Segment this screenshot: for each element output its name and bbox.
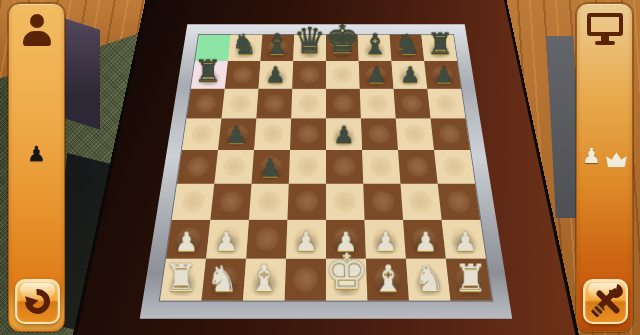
right-player-panel: ♟ — [576, 3, 633, 332]
square-c3[interactable] — [249, 184, 289, 220]
monitor-icon[interactable] — [587, 13, 623, 45]
square-h7[interactable]: ♟ — [424, 61, 461, 89]
square-d8[interactable]: ♛ — [293, 35, 326, 61]
piece-white-pawn[interactable]: ♟ — [175, 229, 199, 256]
captured-by-human-tray: ♟ — [9, 144, 64, 165]
square-a1[interactable]: ♜ — [160, 259, 206, 301]
piece-black-pawn[interactable]: ♟ — [265, 64, 285, 86]
piece-white-bishop[interactable]: ♝ — [247, 260, 280, 297]
undo-arrow-head — [20, 296, 39, 317]
square-h6[interactable] — [427, 89, 465, 119]
piece-black-rook[interactable]: ♜ — [427, 29, 454, 59]
square-b2[interactable]: ♟ — [206, 220, 249, 259]
square-c4[interactable]: ♟ — [252, 150, 290, 184]
square-h5[interactable] — [431, 118, 470, 150]
piece-white-pawn[interactable]: ♟ — [214, 229, 238, 256]
piece-black-queen[interactable]: ♛ — [293, 22, 326, 58]
square-b6[interactable] — [221, 89, 258, 119]
square-a7[interactable]: ♜ — [191, 61, 228, 89]
square-h8[interactable]: ♜ — [421, 35, 457, 61]
square-b7[interactable] — [225, 61, 261, 89]
square-e7[interactable] — [326, 61, 360, 89]
square-g7[interactable]: ♟ — [391, 61, 427, 89]
square-b8[interactable]: ♞ — [228, 35, 263, 61]
square-f8[interactable]: ♝ — [358, 35, 392, 61]
piece-black-king[interactable]: ♚ — [325, 20, 360, 59]
square-e1[interactable]: ♚ — [326, 259, 368, 301]
square-g4[interactable] — [398, 150, 438, 184]
square-c6[interactable] — [256, 89, 292, 119]
piece-white-rook[interactable]: ♜ — [454, 259, 488, 297]
monitor-screen — [587, 13, 623, 36]
square-h1[interactable]: ♜ — [446, 259, 492, 301]
square-g2[interactable]: ♟ — [403, 220, 446, 259]
square-e4[interactable] — [326, 150, 363, 184]
square-g3[interactable] — [400, 184, 441, 220]
square-a6[interactable] — [187, 89, 225, 119]
piece-black-bishop[interactable]: ♝ — [362, 30, 388, 59]
piece-black-knight[interactable]: ♞ — [232, 31, 257, 59]
square-d4[interactable] — [289, 150, 326, 184]
square-d2[interactable]: ♟ — [286, 220, 326, 259]
piece-black-pawn[interactable]: ♟ — [259, 156, 281, 181]
piece-white-bishop[interactable]: ♝ — [372, 260, 405, 297]
square-a4[interactable] — [177, 150, 218, 184]
undo-button[interactable] — [15, 279, 60, 324]
chessboard[interactable]: ♞♝♛♚♝♞♜♜♟♟♟♟♟♟♟♟♟♟♟♟♟♟♜♞♝♚♝♞♜ — [160, 35, 492, 301]
monitor-base — [595, 41, 615, 45]
undo-arrow-icon — [25, 289, 50, 314]
square-h2[interactable]: ♟ — [442, 220, 486, 259]
square-c1[interactable]: ♝ — [243, 259, 286, 301]
square-c8[interactable]: ♝ — [261, 35, 295, 61]
square-e3[interactable] — [326, 184, 365, 220]
tools-icon — [591, 287, 620, 316]
captured-black-pawn-icon: ♟ — [27, 144, 46, 165]
square-d5[interactable] — [290, 118, 326, 150]
person-icon-head — [30, 14, 44, 28]
square-b1[interactable]: ♞ — [201, 259, 246, 301]
piece-black-pawn[interactable]: ♟ — [226, 123, 247, 147]
square-d6[interactable] — [291, 89, 326, 119]
square-g8[interactable]: ♞ — [390, 35, 425, 61]
square-b3[interactable] — [210, 184, 251, 220]
square-e6[interactable] — [326, 89, 361, 119]
game-screen: ♞♝♛♚♝♞♜♜♟♟♟♟♟♟♟♟♟♟♟♟♟♟♜♞♝♚♝♞♜ ♟ ♟ — [0, 0, 640, 335]
captured-white-pawn-icon: ♟ — [582, 146, 601, 167]
square-c7[interactable]: ♟ — [258, 61, 293, 89]
piece-black-knight[interactable]: ♞ — [395, 31, 420, 59]
square-f2[interactable]: ♟ — [365, 220, 406, 259]
square-f7[interactable]: ♟ — [359, 61, 394, 89]
piece-white-pawn[interactable]: ♟ — [374, 229, 398, 256]
piece-black-pawn[interactable]: ♟ — [400, 64, 420, 86]
piece-black-pawn[interactable]: ♟ — [333, 123, 354, 147]
square-b5[interactable]: ♟ — [218, 118, 256, 150]
piece-black-rook[interactable]: ♜ — [194, 56, 222, 87]
square-h3[interactable] — [438, 184, 481, 220]
left-player-panel: ♟ — [8, 3, 65, 332]
piece-white-knight[interactable]: ♞ — [207, 261, 239, 297]
square-a3[interactable] — [172, 184, 215, 220]
captured-white-queen-icon — [606, 152, 627, 167]
person-icon-body — [23, 31, 51, 46]
piece-white-pawn[interactable]: ♟ — [414, 229, 438, 256]
square-f6[interactable] — [360, 89, 396, 119]
square-e5[interactable]: ♟ — [326, 118, 362, 150]
square-f3[interactable] — [363, 184, 403, 220]
square-c5[interactable] — [254, 118, 291, 150]
piece-black-pawn[interactable]: ♟ — [366, 64, 386, 86]
piece-white-rook[interactable]: ♜ — [164, 259, 198, 297]
piece-black-bishop[interactable]: ♝ — [264, 30, 290, 59]
square-d1[interactable] — [284, 259, 326, 301]
piece-white-pawn[interactable]: ♟ — [454, 229, 478, 256]
person-icon[interactable] — [21, 14, 53, 46]
piece-black-pawn[interactable]: ♟ — [434, 64, 454, 86]
square-d7[interactable] — [292, 61, 326, 89]
square-d3[interactable] — [287, 184, 326, 220]
piece-white-pawn[interactable]: ♟ — [294, 229, 318, 256]
square-c2[interactable] — [246, 220, 287, 259]
square-f4[interactable] — [362, 150, 400, 184]
square-a5[interactable] — [182, 118, 221, 150]
square-a2[interactable]: ♟ — [166, 220, 210, 259]
square-g6[interactable] — [394, 89, 431, 119]
square-f5[interactable] — [361, 118, 398, 150]
settings-button[interactable] — [583, 279, 628, 324]
square-g1[interactable]: ♞ — [406, 259, 451, 301]
piece-white-knight[interactable]: ♞ — [413, 261, 445, 297]
square-g5[interactable] — [396, 118, 434, 150]
square-b4[interactable] — [214, 150, 254, 184]
square-h4[interactable] — [434, 150, 475, 184]
square-e8[interactable]: ♚ — [326, 35, 359, 61]
captured-by-computer-tray: ♟ — [577, 146, 632, 167]
square-f1[interactable]: ♝ — [366, 259, 409, 301]
piece-white-king[interactable]: ♚ — [325, 247, 369, 296]
